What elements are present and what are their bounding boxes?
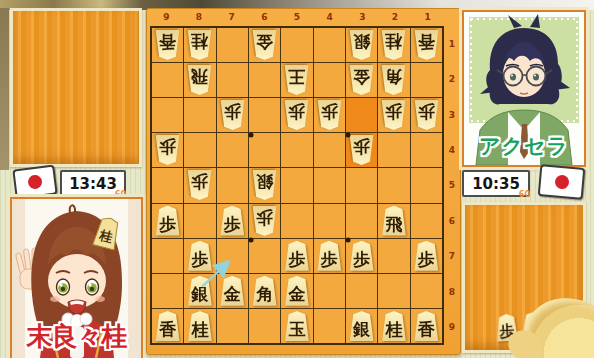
rank-label-4: 4 [445,132,459,167]
file-label-7: 7 [215,11,248,24]
koma-sente-香-19[interactable]: 香 [413,311,440,341]
koma-gote-歩-66[interactable]: 歩 [251,206,278,236]
square-3-6[interactable] [346,204,377,238]
file-label-6: 6 [248,11,281,24]
square-3-7[interactable]: 歩 [346,239,377,273]
square-1-3[interactable]: 歩 [411,98,442,132]
square-1-9[interactable]: 香 [411,309,442,343]
koma-gote-金-32[interactable]: 金 [348,65,375,95]
koma-gote-歩-53[interactable]: 歩 [283,100,310,130]
file-label-9: 9 [150,11,183,24]
file-label-5: 5 [281,11,314,24]
gote-byoyomi: 60 [519,190,530,199]
square-2-2[interactable]: 角 [378,63,409,97]
square-1-8[interactable] [411,274,442,308]
square-7-8[interactable]: 金 [217,274,248,308]
square-2-9[interactable]: 桂 [378,309,409,343]
square-7-9[interactable] [217,309,248,343]
square-5-4[interactable] [281,133,312,167]
sente-avatar-panel: 桂 末良々桂 [10,197,143,358]
hoshi-dot [249,133,254,138]
koma-sente-桂-29[interactable]: 桂 [380,311,407,341]
square-1-4[interactable] [411,133,442,167]
square-3-3[interactable] [346,98,377,132]
rank-label-2: 2 [445,61,459,96]
square-2-8[interactable] [378,274,409,308]
rank-label-5: 5 [445,168,459,203]
koma-gote-香-11[interactable]: 香 [413,30,440,60]
square-6-4[interactable] [249,133,280,167]
gote-avatar-panel: アクセラ [462,10,586,167]
rank-labels: 123456789 [445,26,459,345]
gote-player-name: アクセラ [464,132,584,160]
square-7-7[interactable] [217,239,248,273]
square-7-4[interactable] [217,133,248,167]
koma-gote-歩-43[interactable]: 歩 [316,100,343,130]
square-6-5[interactable]: 銀 [249,168,280,202]
square-7-5[interactable] [217,168,248,202]
square-8-3[interactable] [184,98,215,132]
square-3-8[interactable] [346,274,377,308]
square-4-7[interactable]: 歩 [314,239,345,273]
koma-gote-香-91[interactable]: 香 [154,30,181,60]
rank-label-7: 7 [445,239,459,274]
file-label-2: 2 [379,11,412,24]
koma-gote-歩-73[interactable]: 歩 [219,100,246,130]
square-7-1[interactable] [217,28,248,62]
square-2-4[interactable] [378,133,409,167]
square-9-2[interactable] [152,63,183,97]
japan-flag-icon-right [538,164,586,200]
koma-sente-歩-37[interactable]: 歩 [348,241,375,271]
sente-clock: 13:43 60 [60,170,126,197]
square-8-9[interactable]: 桂 [184,309,215,343]
hoshi-dot [346,133,351,138]
koma-gote-桂-21[interactable]: 桂 [380,30,407,60]
koma-sente-桂-89[interactable]: 桂 [186,311,213,341]
square-5-7[interactable]: 歩 [281,239,312,273]
koma-gote-歩-85[interactable]: 歩 [186,170,213,200]
sente-clock-time: 13:43 [69,175,117,193]
square-9-9[interactable]: 香 [152,309,183,343]
square-8-4[interactable] [184,133,215,167]
koma-sente-玉-59[interactable]: 玉 [283,311,310,341]
rank-label-9: 9 [445,310,459,345]
square-6-2[interactable] [249,63,280,97]
square-5-8[interactable]: 金 [281,274,312,308]
koma-gote-銀-65[interactable]: 銀 [251,170,278,200]
square-7-6[interactable]: 歩 [217,204,248,238]
koma-sente-飛-26[interactable]: 飛 [380,206,407,236]
square-4-8[interactable] [314,274,345,308]
koma-gote-桂-81[interactable]: 桂 [186,30,213,60]
square-5-3[interactable]: 歩 [281,98,312,132]
square-9-7[interactable] [152,239,183,273]
koma-sente-金-78[interactable]: 金 [219,276,246,306]
square-5-2[interactable]: 王 [281,63,312,97]
square-1-2[interactable] [411,63,442,97]
square-3-4[interactable]: 歩 [346,133,377,167]
koma-gote-歩-23[interactable]: 歩 [380,100,407,130]
square-7-2[interactable] [217,63,248,97]
square-5-5[interactable] [281,168,312,202]
sente-hand-tray [10,8,142,167]
square-1-6[interactable] [411,204,442,238]
koma-sente-歩-47[interactable]: 歩 [316,241,343,271]
square-6-3[interactable] [249,98,280,132]
square-3-5[interactable] [346,168,377,202]
square-3-2[interactable]: 金 [346,63,377,97]
koma-gote-銀-31[interactable]: 銀 [348,30,375,60]
koma-sente-歩-57[interactable]: 歩 [283,241,310,271]
shogi-stream-screen: 13:43 60 [0,0,594,358]
square-2-5[interactable] [378,168,409,202]
square-8-5[interactable]: 歩 [184,168,215,202]
square-2-6[interactable]: 飛 [378,204,409,238]
square-9-1[interactable]: 香 [152,28,183,62]
square-6-7[interactable] [249,239,280,273]
koma-sente-歩-96[interactable]: 歩 [154,206,181,236]
koma-gote-歩-34[interactable]: 歩 [348,135,375,165]
square-4-9[interactable] [314,309,345,343]
koma-gote-歩-13[interactable]: 歩 [413,100,440,130]
koma-sente-歩-76[interactable]: 歩 [219,206,246,236]
gote-clock-time: 10:35 [472,175,520,193]
board-grid: 香桂金銀桂香飛王金角歩歩歩歩歩歩歩歩銀歩歩歩飛歩歩歩歩歩銀金角金香桂玉銀桂香 [150,26,444,345]
square-8-8[interactable]: 銀 [184,274,215,308]
square-7-3[interactable]: 歩 [217,98,248,132]
square-9-3[interactable] [152,98,183,132]
square-1-1[interactable]: 香 [411,28,442,62]
japan-flag-icon-left [12,165,57,200]
square-4-1[interactable] [314,28,345,62]
file-label-8: 8 [183,11,216,24]
koma-gote-飛-82[interactable]: 飛 [186,65,213,95]
square-2-3[interactable]: 歩 [378,98,409,132]
square-4-5[interactable] [314,168,345,202]
koma-sente-角-68[interactable]: 角 [251,276,278,306]
hoshi-dot [249,238,254,243]
koma-gote-歩-94[interactable]: 歩 [154,135,181,165]
koma-sente-銀-88[interactable]: 銀 [186,276,213,306]
shogi-board: 987654321 123456789 香桂金銀桂香飛王金角歩歩歩歩歩歩歩歩銀歩… [146,8,461,355]
square-9-8[interactable] [152,274,183,308]
square-6-6[interactable]: 歩 [249,204,280,238]
file-label-4: 4 [313,11,346,24]
square-4-6[interactable] [314,204,345,238]
square-8-7[interactable]: 歩 [184,239,215,273]
square-6-9[interactable] [249,309,280,343]
file-labels: 987654321 [150,11,444,24]
sente-player-name: 末良々桂 [12,319,141,354]
file-label-1: 1 [411,11,444,24]
koma-sente-香-99[interactable]: 香 [154,311,181,341]
koma-sente-歩-17[interactable]: 歩 [413,241,440,271]
square-2-1[interactable]: 桂 [378,28,409,62]
square-8-1[interactable]: 桂 [184,28,215,62]
square-4-4[interactable] [314,133,345,167]
rank-label-1: 1 [445,26,459,61]
square-2-7[interactable] [378,239,409,273]
square-1-7[interactable]: 歩 [411,239,442,273]
square-6-8[interactable]: 角 [249,274,280,308]
rank-label-8: 8 [445,274,459,309]
square-9-6[interactable]: 歩 [152,204,183,238]
square-3-1[interactable]: 銀 [346,28,377,62]
square-9-4[interactable]: 歩 [152,133,183,167]
square-3-9[interactable]: 銀 [346,309,377,343]
koma-gote-金-61[interactable]: 金 [251,30,278,60]
square-8-2[interactable]: 飛 [184,63,215,97]
koma-gote-角-22[interactable]: 角 [380,65,407,95]
koma-sente-銀-39[interactable]: 銀 [348,311,375,341]
square-6-1[interactable]: 金 [249,28,280,62]
hoshi-dot [346,238,351,243]
square-4-2[interactable] [314,63,345,97]
square-1-5[interactable] [411,168,442,202]
koma-sente-歩-87[interactable]: 歩 [186,241,213,271]
square-5-1[interactable] [281,28,312,62]
rank-label-3: 3 [445,97,459,132]
background-left-strip [0,8,9,170]
gote-clock: 10:35 60 [462,170,530,197]
rank-label-6: 6 [445,203,459,238]
square-9-5[interactable] [152,168,183,202]
koma-sente-金-58[interactable]: 金 [283,276,310,306]
square-5-9[interactable]: 玉 [281,309,312,343]
square-8-6[interactable] [184,204,215,238]
square-4-3[interactable]: 歩 [314,98,345,132]
file-label-3: 3 [346,11,379,24]
square-5-6[interactable] [281,204,312,238]
koma-gote-王-52[interactable]: 王 [283,65,310,95]
